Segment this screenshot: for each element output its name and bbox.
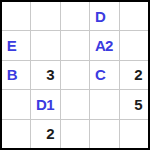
cell-number: 3 (46, 67, 56, 82)
cell-content: 5 (124, 97, 143, 112)
cell-letter (124, 67, 134, 82)
grid-cell-r4c1[interactable] (2, 90, 30, 118)
cell-number (16, 67, 26, 82)
grid-cell-r2c2[interactable] (31, 31, 59, 59)
grid-cell-r5c4[interactable] (90, 120, 118, 148)
grid-cell-r3c2[interactable]: 3 (31, 61, 59, 89)
cell-content: A2 (95, 38, 114, 53)
grid-cell-r2c5[interactable] (120, 31, 148, 59)
cell-content: D1 (36, 97, 55, 112)
cell-number: 2 (134, 67, 144, 82)
cell-letter: D (36, 97, 46, 112)
grid-cell-r3c1[interactable]: B (2, 61, 30, 89)
grid-cell-r5c1[interactable] (2, 120, 30, 148)
cell-letter: C (95, 67, 105, 82)
cell-number: 1 (46, 97, 56, 112)
cell-letter: D (95, 9, 105, 24)
grid-cell-r1c3[interactable] (61, 2, 89, 30)
grid-cell-r3c3[interactable] (61, 61, 89, 89)
cell-number: 2 (46, 126, 56, 141)
cell-number (104, 67, 114, 82)
grid-cell-r1c4[interactable]: D (90, 2, 118, 30)
cell-content: E (7, 38, 26, 53)
grid-cell-r1c1[interactable] (2, 2, 30, 30)
grid-cell-r5c5[interactable] (120, 120, 148, 148)
grid-cell-r4c5[interactable]: 5 (120, 90, 148, 118)
cell-number: 5 (134, 97, 144, 112)
cell-content: B (7, 67, 26, 82)
puzzle-board: DEA2B3C2D152 (0, 0, 150, 150)
cell-number: 2 (104, 38, 114, 53)
cell-content: D (95, 9, 114, 24)
grid-cell-r2c1[interactable]: E (2, 31, 30, 59)
cell-number (16, 38, 26, 53)
cell-letter: A (95, 38, 105, 53)
grid-cell-r5c3[interactable] (61, 120, 89, 148)
cell-letter (36, 126, 46, 141)
grid-cell-r4c4[interactable] (90, 90, 118, 118)
cell-letter (36, 67, 46, 82)
grid-cell-r4c2[interactable]: D1 (31, 90, 59, 118)
cell-content: 2 (124, 67, 143, 82)
cell-content: C (95, 67, 114, 82)
cell-letter: E (7, 38, 17, 53)
cell-content: 2 (36, 126, 55, 141)
grid-cell-r3c5[interactable]: 2 (120, 61, 148, 89)
grid-cell-r3c4[interactable]: C (90, 61, 118, 89)
cell-letter (124, 97, 134, 112)
cell-letter: B (7, 67, 17, 82)
grid-cell-r2c3[interactable] (61, 31, 89, 59)
grid-cell-r1c5[interactable] (120, 2, 148, 30)
cell-number (104, 9, 114, 24)
cell-content: 3 (36, 67, 55, 82)
grid-cell-r2c4[interactable]: A2 (90, 31, 118, 59)
grid-cell-r5c2[interactable]: 2 (31, 120, 59, 148)
grid-cell-r4c3[interactable] (61, 90, 89, 118)
grid-cell-r1c2[interactable] (31, 2, 59, 30)
